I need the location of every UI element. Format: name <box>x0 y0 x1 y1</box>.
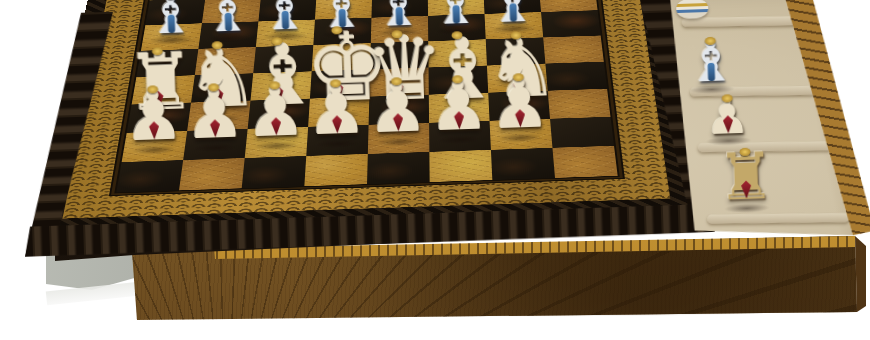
blue-sash <box>281 11 289 29</box>
tray-piece-cropped-base <box>676 0 709 19</box>
piece-red-pawn-f7: ♟ <box>487 69 553 139</box>
gold-cap <box>391 77 402 85</box>
red-sash <box>723 115 734 133</box>
blue-sash <box>338 9 346 27</box>
red-sash <box>210 119 221 137</box>
gold-cap <box>452 75 463 83</box>
piece-red-pawn-tray-slot3: ♟ <box>695 90 761 142</box>
gold-cap <box>151 47 162 55</box>
gold-cap <box>391 30 402 38</box>
piece-red-pawn-f2: ♟ <box>182 79 248 149</box>
blue-sash <box>224 13 232 31</box>
piece-red-knight-f2: ♞ <box>185 37 252 121</box>
red-sash <box>453 80 464 98</box>
piece-red-pawn-f5: ♟ <box>365 73 431 143</box>
piece-blue-figure-f6: ♝ <box>423 0 489 33</box>
blue-sash <box>395 7 403 25</box>
piece-tan-rook-tray-slot4: ♜ <box>713 144 779 210</box>
piece-red-pawn-f1: ♟ <box>121 81 187 151</box>
red-sash <box>271 117 282 135</box>
red-sash <box>393 113 404 131</box>
red-sash <box>153 91 164 109</box>
red-sash <box>393 81 404 99</box>
gold-cap <box>330 79 341 87</box>
piece-red-rook-f1: ♜ <box>125 42 192 122</box>
blue-sash <box>509 3 517 21</box>
gold-cap <box>208 84 219 92</box>
gold-cap <box>451 32 462 40</box>
piece-red-bishop-f3: ♝ <box>244 33 311 119</box>
blue-sash <box>167 15 175 33</box>
piece-red-queen-f5: ♛ <box>364 25 431 115</box>
gold-cap <box>705 37 716 45</box>
piece-red-pawn-f3: ♟ <box>243 77 309 147</box>
piece-red-knight-f7: ♞ <box>484 27 551 111</box>
piece-blue-figure-f5: ♝ <box>366 0 432 34</box>
piece-blue-bishop-tray-slot2: ♝ <box>678 33 744 91</box>
gold-cap <box>331 26 342 34</box>
red-sash <box>333 82 344 100</box>
red-sash <box>515 109 526 127</box>
piece-red-pawn-f4: ♟ <box>304 75 370 145</box>
piece-blue-figure-f7: ♝ <box>480 0 546 31</box>
red-sash <box>149 121 160 139</box>
red-sash <box>513 78 524 96</box>
red-sash <box>213 88 224 106</box>
piece-red-king-f4: ♚ <box>304 21 371 117</box>
chess-set-photo: ♝♝♝♝♝♝♝♜♞♝♚♛♝♞♟♟♟♟♟♟♟♝♟♜ <box>0 0 870 340</box>
blue-sash <box>452 5 460 23</box>
gold-cap <box>211 41 222 49</box>
red-sash <box>273 86 284 104</box>
gold-cap <box>271 38 282 46</box>
gold-cap <box>269 81 280 89</box>
gold-cap <box>739 148 750 156</box>
scene-tilt-wrap: ♝♝♝♝♝♝♝♜♞♝♚♛♝♞♟♟♟♟♟♟♟♝♟♜ <box>0 0 870 340</box>
piece-red-pawn-f6: ♟ <box>426 71 492 141</box>
gold-cap <box>147 86 158 94</box>
red-sash <box>454 111 465 129</box>
gold-cap <box>513 73 524 81</box>
piece-red-bishop-f6: ♝ <box>424 27 491 113</box>
pieces-layer: ♝♝♝♝♝♝♝♜♞♝♚♛♝♞♟♟♟♟♟♟♟♝♟♜ <box>0 0 870 340</box>
piece-blue-figure-f4: ♝ <box>309 0 375 36</box>
gold-cap <box>511 32 522 40</box>
blue-sash <box>708 63 716 81</box>
red-sash <box>332 115 343 133</box>
gold-cap <box>722 94 733 102</box>
red-sash <box>741 180 752 198</box>
